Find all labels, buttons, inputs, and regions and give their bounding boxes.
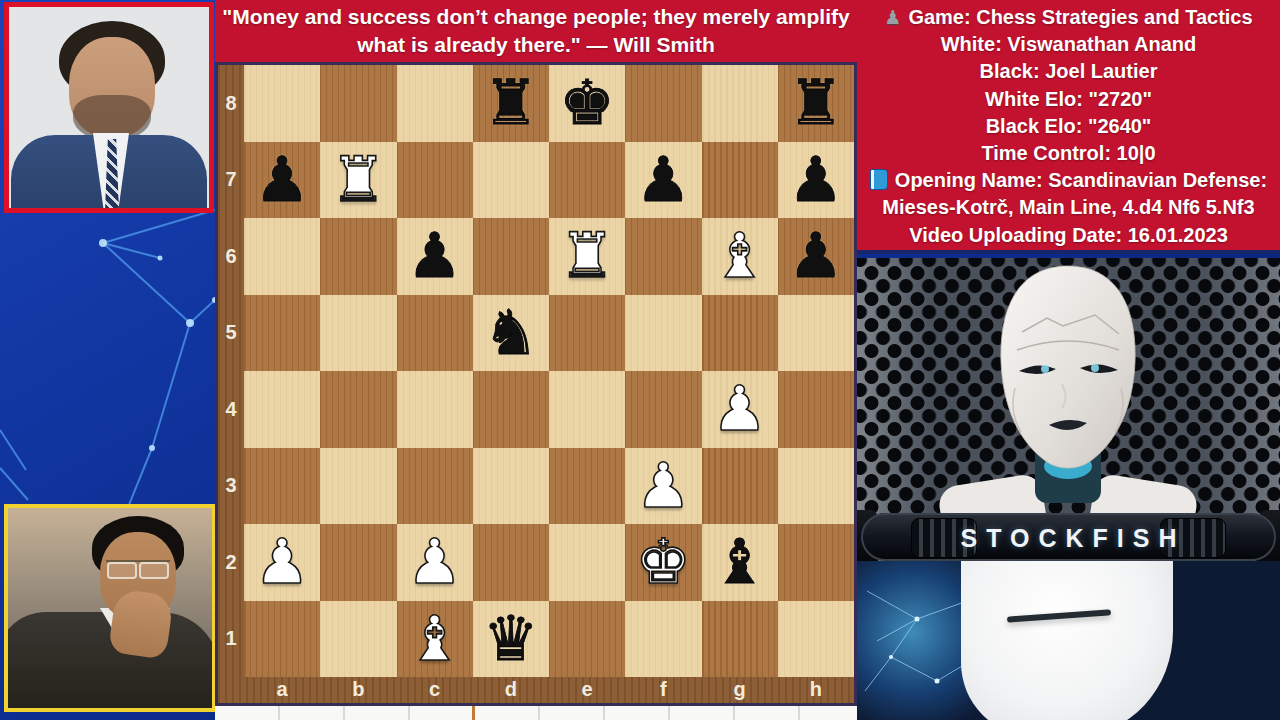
square-a2[interactable]: ♟	[244, 524, 320, 601]
square-e1[interactable]	[549, 601, 625, 678]
square-g1[interactable]	[702, 601, 778, 678]
white-pawn-g4[interactable]: ♟	[712, 378, 768, 440]
square-h6[interactable]: ♟	[778, 218, 854, 295]
square-d4[interactable]	[473, 371, 549, 448]
black-king-e8[interactable]: ♚	[559, 72, 615, 134]
square-h1[interactable]	[778, 601, 854, 678]
square-f2[interactable]: ♚	[625, 524, 701, 601]
black-pawn-f7[interactable]: ♟	[636, 149, 692, 211]
square-a1[interactable]	[244, 601, 320, 678]
square-a4[interactable]	[244, 371, 320, 448]
square-b4[interactable]	[320, 371, 396, 448]
square-f3[interactable]: ♟	[625, 448, 701, 525]
square-b6[interactable]	[320, 218, 396, 295]
rank-label-8: 8	[218, 65, 244, 142]
black-pawn-c6[interactable]: ♟	[407, 225, 463, 287]
square-g2[interactable]: ♝	[702, 524, 778, 601]
info-line-black-elo: Black Elo: "2640"	[857, 113, 1280, 140]
square-b1[interactable]	[320, 601, 396, 678]
pawn-icon: ♟	[884, 6, 901, 28]
square-c7[interactable]	[397, 142, 473, 219]
file-labels: abcdefgh	[244, 677, 854, 703]
square-c6[interactable]: ♟	[397, 218, 473, 295]
game-info-panel: ♟Game: Chess Strategies and Tactics Whit…	[857, 0, 1280, 254]
square-c5[interactable]	[397, 295, 473, 372]
square-g7[interactable]	[702, 142, 778, 219]
black-bishop-g2[interactable]: ♝	[712, 531, 768, 593]
black-pawn-a7[interactable]: ♟	[254, 149, 310, 211]
square-g6[interactable]: ♝	[702, 218, 778, 295]
info-line-time-control: Time Control: 10|0	[857, 140, 1280, 167]
file-label-h: h	[778, 677, 854, 703]
rank-label-4: 4	[218, 371, 244, 448]
info-line-opening: Opening Name: Scandinavian Defense:	[857, 167, 1280, 194]
white-bishop-g6[interactable]: ♝	[712, 225, 768, 287]
rank-labels: 87654321	[218, 65, 244, 677]
square-h3[interactable]	[778, 448, 854, 525]
square-d2[interactable]	[473, 524, 549, 601]
rank-label-2: 2	[218, 524, 244, 601]
black-rook-h8[interactable]: ♜	[788, 72, 844, 134]
left-sidebar	[0, 0, 215, 720]
file-label-f: f	[625, 677, 701, 703]
square-b5[interactable]	[320, 295, 396, 372]
square-h7[interactable]: ♟	[778, 142, 854, 219]
strip-divider	[472, 706, 475, 720]
info-line-white: White: Viswanathan Anand	[857, 31, 1280, 58]
portrait-glasses	[106, 560, 170, 578]
square-h4[interactable]	[778, 371, 854, 448]
board-grid[interactable]: ♜♚♜♟♜♟♟♟♜♝♟♞♟♟♟♟♚♝♝♛	[244, 65, 854, 677]
square-f7[interactable]: ♟	[625, 142, 701, 219]
quote-line-1: "Money and success don’t change people; …	[215, 3, 857, 31]
square-g4[interactable]: ♟	[702, 371, 778, 448]
file-label-d: d	[473, 677, 549, 703]
black-queen-d1[interactable]: ♛	[483, 608, 539, 670]
square-a7[interactable]: ♟	[244, 142, 320, 219]
square-b3[interactable]	[320, 448, 396, 525]
bottom-table-strip	[215, 706, 857, 720]
black-pawn-h7[interactable]: ♟	[788, 149, 844, 211]
white-rook-e6[interactable]: ♜	[559, 225, 615, 287]
square-h2[interactable]	[778, 524, 854, 601]
square-c8[interactable]	[397, 65, 473, 142]
square-e3[interactable]	[549, 448, 625, 525]
black-knight-d5[interactable]: ♞	[483, 302, 539, 364]
white-pawn-f3[interactable]: ♟	[636, 455, 692, 517]
square-a6[interactable]	[244, 218, 320, 295]
white-pawn-a2[interactable]: ♟	[254, 531, 310, 593]
square-d1[interactable]: ♛	[473, 601, 549, 678]
square-f1[interactable]	[625, 601, 701, 678]
square-g5[interactable]	[702, 295, 778, 372]
portrait-suit	[4, 612, 216, 712]
portrait-viswanathan-anand	[4, 504, 216, 712]
square-d5[interactable]: ♞	[473, 295, 549, 372]
square-f5[interactable]	[625, 295, 701, 372]
quote-banner: "Money and success don’t change people; …	[215, 0, 857, 62]
chess-board[interactable]: 87654321 ♜♚♜♟♜♟♟♟♜♝♟♞♟♟♟♟♚♝♝♛ abcdefgh	[215, 62, 857, 706]
square-h8[interactable]: ♜	[778, 65, 854, 142]
square-a5[interactable]	[244, 295, 320, 372]
square-g3[interactable]	[702, 448, 778, 525]
info-line-opening-2: Mieses-Kotrč, Main Line, 4.d4 Nf6 5.Nf3	[857, 194, 1280, 221]
square-a3[interactable]	[244, 448, 320, 525]
white-rook-b7[interactable]: ♜	[331, 149, 387, 211]
square-h5[interactable]	[778, 295, 854, 372]
square-e7[interactable]	[549, 142, 625, 219]
robot-closeup-scene	[857, 561, 1280, 720]
square-e6[interactable]: ♜	[549, 218, 625, 295]
rank-label-1: 1	[218, 601, 244, 678]
square-d6[interactable]	[473, 218, 549, 295]
square-c2[interactable]: ♟	[397, 524, 473, 601]
info-line-upload-date: Video Uploading Date: 16.01.2023	[857, 222, 1280, 249]
robot-head	[1001, 266, 1135, 468]
white-bishop-c1[interactable]: ♝	[407, 608, 463, 670]
file-label-e: e	[549, 677, 625, 703]
square-e2[interactable]	[549, 524, 625, 601]
square-b2[interactable]	[320, 524, 396, 601]
file-label-a: a	[244, 677, 320, 703]
robot-chin-closeup	[961, 561, 1173, 720]
rank-label-3: 3	[218, 448, 244, 525]
portrait-joel-lautier	[4, 2, 214, 213]
stockfish-label: STOCKFISH	[863, 524, 1274, 553]
robot-mouth-slit	[1007, 609, 1111, 622]
quote-line-2: what is already there." — Will Smith	[215, 31, 857, 59]
rank-label-6: 6	[218, 218, 244, 295]
file-label-b: b	[320, 677, 396, 703]
info-line-game: ♟Game: Chess Strategies and Tactics	[857, 4, 1280, 31]
square-b7[interactable]: ♜	[320, 142, 396, 219]
file-label-g: g	[702, 677, 778, 703]
square-f4[interactable]	[625, 371, 701, 448]
black-rook-d8[interactable]: ♜	[483, 72, 539, 134]
square-d8[interactable]: ♜	[473, 65, 549, 142]
file-label-c: c	[397, 677, 473, 703]
book-icon	[870, 169, 888, 190]
stockfish-panel: STOCKFISH	[857, 258, 1280, 720]
square-f6[interactable]	[625, 218, 701, 295]
video-frame: "Money and success don’t change people; …	[0, 0, 1280, 720]
black-pawn-h6[interactable]: ♟	[788, 225, 844, 287]
square-d7[interactable]	[473, 142, 549, 219]
square-c4[interactable]	[397, 371, 473, 448]
square-e5[interactable]	[549, 295, 625, 372]
rank-label-5: 5	[218, 295, 244, 372]
square-f8[interactable]	[625, 65, 701, 142]
square-e4[interactable]	[549, 371, 625, 448]
square-d3[interactable]	[473, 448, 549, 525]
square-a8[interactable]	[244, 65, 320, 142]
square-b8[interactable]	[320, 65, 396, 142]
square-g8[interactable]	[702, 65, 778, 142]
info-line-black: Black: Joel Lautier	[857, 58, 1280, 85]
square-e8[interactable]: ♚	[549, 65, 625, 142]
rank-label-7: 7	[218, 142, 244, 219]
white-king-f2[interactable]: ♚	[636, 531, 692, 593]
square-c1[interactable]: ♝	[397, 601, 473, 678]
info-line-white-elo: White Elo: "2720"	[857, 86, 1280, 113]
stockfish-banner: STOCKFISH	[861, 513, 1276, 561]
white-pawn-c2[interactable]: ♟	[407, 531, 463, 593]
square-c3[interactable]	[397, 448, 473, 525]
